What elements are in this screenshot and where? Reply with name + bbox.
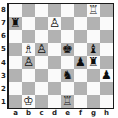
square-d2[interactable] bbox=[48, 82, 61, 95]
square-f7[interactable] bbox=[74, 17, 87, 30]
rank-label-7: 7 bbox=[0, 16, 7, 29]
square-h3[interactable]: ♟ bbox=[100, 69, 113, 82]
square-c8[interactable] bbox=[35, 4, 48, 17]
rank-label-4: 4 bbox=[0, 56, 7, 69]
square-c1[interactable] bbox=[35, 95, 48, 108]
white-rook: ♖ bbox=[87, 4, 100, 17]
square-a7[interactable]: ♜ bbox=[9, 17, 22, 30]
square-b1[interactable]: ♔ bbox=[22, 95, 35, 108]
white-pawn: ♙ bbox=[22, 56, 35, 69]
white-rook: ♖ bbox=[61, 95, 74, 108]
square-g3[interactable] bbox=[87, 69, 100, 82]
square-f1[interactable] bbox=[74, 95, 87, 108]
file-label-b: b bbox=[22, 109, 35, 118]
file-label-a: a bbox=[9, 109, 22, 118]
square-h5[interactable] bbox=[100, 43, 113, 56]
square-a6[interactable] bbox=[9, 30, 22, 43]
white-pawn: ♙ bbox=[35, 43, 48, 56]
square-e5[interactable]: ♚ bbox=[61, 43, 74, 56]
square-b7[interactable] bbox=[22, 17, 35, 30]
square-a3[interactable] bbox=[9, 69, 22, 82]
file-labels: abcdefgh bbox=[9, 109, 113, 118]
square-g8[interactable]: ♖ bbox=[87, 4, 100, 17]
rank-label-5: 5 bbox=[0, 43, 7, 56]
rank-label-6: 6 bbox=[0, 30, 7, 43]
rank-label-3: 3 bbox=[0, 69, 7, 82]
white-pawn: ♙ bbox=[48, 17, 61, 30]
square-e3[interactable]: ♞ bbox=[61, 69, 74, 82]
square-f2[interactable] bbox=[74, 82, 87, 95]
square-d4[interactable] bbox=[48, 56, 61, 69]
chess-diagram: 87654321 ♖♜♙♗♙♚♝♙♟♜♞♟♔♖ abcdefgh bbox=[0, 0, 118, 118]
square-f3[interactable] bbox=[74, 69, 87, 82]
square-d6[interactable] bbox=[48, 30, 61, 43]
rank-label-1: 1 bbox=[0, 96, 7, 109]
black-rook: ♜ bbox=[9, 17, 22, 30]
black-king: ♚ bbox=[61, 43, 74, 56]
file-label-d: d bbox=[48, 109, 61, 118]
square-d1[interactable] bbox=[48, 95, 61, 108]
rank-labels: 87654321 bbox=[0, 3, 7, 109]
square-d3[interactable] bbox=[48, 69, 61, 82]
file-label-g: g bbox=[87, 109, 100, 118]
square-f6[interactable] bbox=[74, 30, 87, 43]
black-pawn: ♟ bbox=[100, 69, 113, 82]
square-d7[interactable]: ♙ bbox=[48, 17, 61, 30]
square-e1[interactable]: ♖ bbox=[61, 95, 74, 108]
square-c3[interactable] bbox=[35, 69, 48, 82]
file-label-h: h bbox=[100, 109, 113, 118]
square-a5[interactable] bbox=[9, 43, 22, 56]
square-d5[interactable] bbox=[48, 43, 61, 56]
file-label-e: e bbox=[61, 109, 74, 118]
square-b4[interactable]: ♙ bbox=[22, 56, 35, 69]
square-c4[interactable] bbox=[35, 56, 48, 69]
square-a2[interactable] bbox=[9, 82, 22, 95]
rank-label-8: 8 bbox=[0, 3, 7, 16]
square-c2[interactable] bbox=[35, 82, 48, 95]
square-f4[interactable]: ♟ bbox=[74, 56, 87, 69]
white-king: ♔ bbox=[22, 95, 35, 108]
square-g4[interactable]: ♜ bbox=[87, 56, 100, 69]
square-g7[interactable] bbox=[87, 17, 100, 30]
square-g2[interactable] bbox=[87, 82, 100, 95]
square-b3[interactable] bbox=[22, 69, 35, 82]
file-label-f: f bbox=[74, 109, 87, 118]
square-h7[interactable] bbox=[100, 17, 113, 30]
square-a4[interactable] bbox=[9, 56, 22, 69]
square-e8[interactable] bbox=[61, 4, 74, 17]
square-h1[interactable] bbox=[100, 95, 113, 108]
rank-label-2: 2 bbox=[0, 83, 7, 96]
black-rook: ♜ bbox=[87, 56, 100, 69]
square-h8[interactable] bbox=[100, 4, 113, 17]
chess-board: ♖♜♙♗♙♚♝♙♟♜♞♟♔♖ bbox=[7, 3, 114, 109]
black-pawn: ♟ bbox=[74, 56, 87, 69]
square-e7[interactable] bbox=[61, 17, 74, 30]
square-h6[interactable] bbox=[100, 30, 113, 43]
square-f8[interactable] bbox=[74, 4, 87, 17]
square-a1[interactable] bbox=[9, 95, 22, 108]
black-knight: ♞ bbox=[61, 69, 74, 82]
square-g1[interactable] bbox=[87, 95, 100, 108]
square-h2[interactable] bbox=[100, 82, 113, 95]
square-c7[interactable] bbox=[35, 17, 48, 30]
square-c5[interactable]: ♙ bbox=[35, 43, 48, 56]
square-b8[interactable] bbox=[22, 4, 35, 17]
file-label-c: c bbox=[35, 109, 48, 118]
